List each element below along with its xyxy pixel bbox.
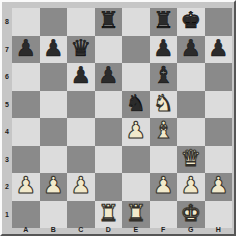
piece-black-king-g8[interactable]: ♚: [180, 9, 201, 32]
piece-black-pawn-f7[interactable]: ♟: [153, 37, 174, 60]
board: ♜♜♚♟♟♛♟♟♟♟♟♝♞♞♟♝♛♟♟♟♟♟♟♜♜♚: [12, 8, 232, 228]
square-c8[interactable]: [67, 8, 95, 36]
square-h1[interactable]: [205, 201, 233, 229]
piece-white-pawn-g2[interactable]: ♟: [180, 174, 201, 197]
piece-black-pawn-b7[interactable]: ♟: [43, 37, 64, 60]
file-label-b: B: [40, 225, 68, 233]
square-d3[interactable]: [95, 146, 123, 174]
square-h4[interactable]: [205, 118, 233, 146]
square-h6[interactable]: [205, 63, 233, 91]
piece-white-pawn-a2[interactable]: ♟: [15, 174, 36, 197]
square-g5[interactable]: [177, 91, 205, 119]
square-e7[interactable]: [122, 36, 150, 64]
square-g8[interactable]: ♚: [177, 8, 205, 36]
square-g4[interactable]: [177, 118, 205, 146]
square-h2[interactable]: ♟: [205, 173, 233, 201]
piece-black-queen-c7[interactable]: ♛: [70, 37, 91, 60]
rank-label-8: 8: [3, 8, 11, 36]
file-labels: ABCDEFGH: [12, 225, 232, 233]
square-e8[interactable]: [122, 8, 150, 36]
file-label-f: F: [150, 225, 178, 233]
square-e3[interactable]: [122, 146, 150, 174]
square-d7[interactable]: [95, 36, 123, 64]
square-e2[interactable]: [122, 173, 150, 201]
square-c7[interactable]: ♛: [67, 36, 95, 64]
square-d1[interactable]: ♜: [95, 201, 123, 229]
square-g2[interactable]: ♟: [177, 173, 205, 201]
square-a6[interactable]: [12, 63, 40, 91]
rank-labels: 87654321: [3, 8, 11, 228]
piece-white-rook-d1[interactable]: ♜: [98, 202, 119, 225]
square-a8[interactable]: [12, 8, 40, 36]
file-label-a: A: [12, 225, 40, 233]
rank-label-7: 7: [3, 36, 11, 64]
square-a1[interactable]: [12, 201, 40, 229]
rank-label-3: 3: [3, 146, 11, 174]
square-g3[interactable]: ♛: [177, 146, 205, 174]
piece-black-bishop-f6[interactable]: ♝: [153, 64, 174, 87]
file-label-c: C: [67, 225, 95, 233]
square-f3[interactable]: [150, 146, 178, 174]
rank-label-1: 1: [3, 201, 11, 229]
square-a7[interactable]: ♟: [12, 36, 40, 64]
square-d4[interactable]: [95, 118, 123, 146]
square-b4[interactable]: [40, 118, 68, 146]
square-e5[interactable]: ♞: [122, 91, 150, 119]
square-g1[interactable]: ♚: [177, 201, 205, 229]
piece-black-rook-f8[interactable]: ♜: [153, 9, 174, 32]
piece-white-king-g1[interactable]: ♚: [180, 202, 201, 225]
piece-white-rook-e1[interactable]: ♜: [125, 202, 146, 225]
square-f7[interactable]: ♟: [150, 36, 178, 64]
square-h7[interactable]: ♟: [205, 36, 233, 64]
square-c5[interactable]: [67, 91, 95, 119]
square-b8[interactable]: [40, 8, 68, 36]
square-b7[interactable]: ♟: [40, 36, 68, 64]
square-d5[interactable]: [95, 91, 123, 119]
square-e4[interactable]: ♟: [122, 118, 150, 146]
square-g7[interactable]: ♟: [177, 36, 205, 64]
rank-label-6: 6: [3, 63, 11, 91]
square-d6[interactable]: ♟: [95, 63, 123, 91]
piece-black-knight-e5[interactable]: ♞: [125, 92, 146, 115]
square-h5[interactable]: [205, 91, 233, 119]
square-g6[interactable]: [177, 63, 205, 91]
square-f4[interactable]: ♝: [150, 118, 178, 146]
chess-board-frame: ♜♜♚♟♟♛♟♟♟♟♟♝♞♞♟♝♛♟♟♟♟♟♟♜♜♚ 87654321 ABCD…: [0, 0, 236, 236]
square-f8[interactable]: ♜: [150, 8, 178, 36]
piece-black-pawn-h7[interactable]: ♟: [208, 37, 229, 60]
square-c1[interactable]: [67, 201, 95, 229]
file-label-d: D: [95, 225, 123, 233]
square-d2[interactable]: [95, 173, 123, 201]
piece-black-pawn-g7[interactable]: ♟: [180, 37, 201, 60]
file-label-h: H: [205, 225, 233, 233]
square-a3[interactable]: [12, 146, 40, 174]
piece-black-rook-d8[interactable]: ♜: [98, 9, 119, 32]
piece-white-queen-g3[interactable]: ♛: [180, 147, 201, 170]
file-label-g: G: [177, 225, 205, 233]
square-a5[interactable]: [12, 91, 40, 119]
square-b5[interactable]: [40, 91, 68, 119]
square-h3[interactable]: [205, 146, 233, 174]
square-d8[interactable]: ♜: [95, 8, 123, 36]
rank-label-4: 4: [3, 118, 11, 146]
piece-black-pawn-a7[interactable]: ♟: [15, 37, 36, 60]
piece-white-pawn-h2[interactable]: ♟: [208, 174, 229, 197]
square-a4[interactable]: [12, 118, 40, 146]
piece-white-pawn-e4[interactable]: ♟: [125, 119, 146, 142]
square-b6[interactable]: [40, 63, 68, 91]
piece-black-pawn-c6[interactable]: ♟: [70, 64, 91, 87]
piece-white-bishop-f4[interactable]: ♝: [153, 119, 174, 142]
square-a2[interactable]: ♟: [12, 173, 40, 201]
square-f6[interactable]: ♝: [150, 63, 178, 91]
square-c6[interactable]: ♟: [67, 63, 95, 91]
piece-black-pawn-d6[interactable]: ♟: [98, 64, 119, 87]
square-f2[interactable]: ♟: [150, 173, 178, 201]
square-e6[interactable]: [122, 63, 150, 91]
square-c2[interactable]: ♟: [67, 173, 95, 201]
file-label-e: E: [122, 225, 150, 233]
square-f1[interactable]: [150, 201, 178, 229]
piece-white-pawn-c2[interactable]: ♟: [70, 174, 91, 197]
piece-white-pawn-f2[interactable]: ♟: [153, 174, 174, 197]
square-b1[interactable]: [40, 201, 68, 229]
square-c3[interactable]: [67, 146, 95, 174]
square-b3[interactable]: [40, 146, 68, 174]
square-f5[interactable]: ♞: [150, 91, 178, 119]
square-c4[interactable]: [67, 118, 95, 146]
rank-label-2: 2: [3, 173, 11, 201]
square-h8[interactable]: [205, 8, 233, 36]
piece-white-knight-f5[interactable]: ♞: [153, 92, 174, 115]
square-e1[interactable]: ♜: [122, 201, 150, 229]
square-b2[interactable]: ♟: [40, 173, 68, 201]
rank-label-5: 5: [3, 91, 11, 119]
piece-white-pawn-b2[interactable]: ♟: [43, 174, 64, 197]
